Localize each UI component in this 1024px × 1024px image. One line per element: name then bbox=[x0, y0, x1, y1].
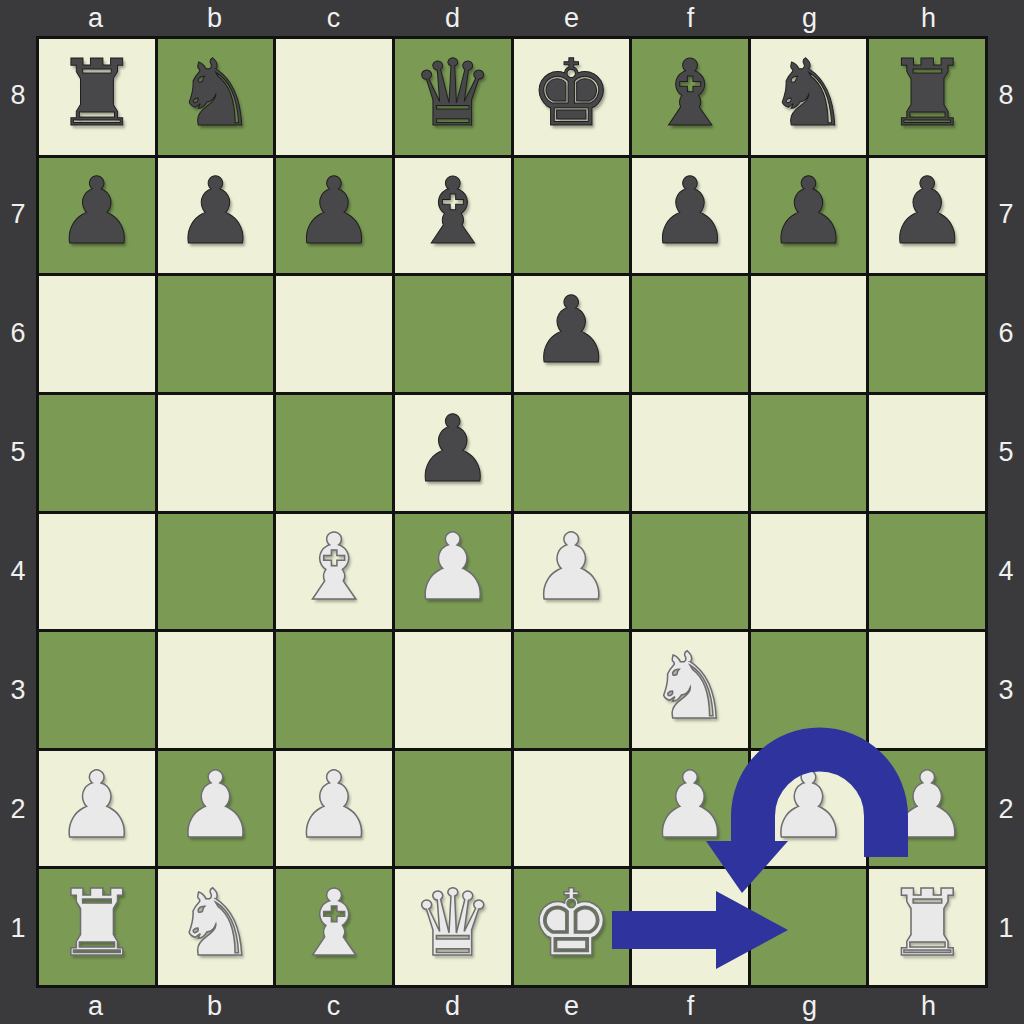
file-label-e-top: e bbox=[512, 0, 631, 36]
file-label-d-top: d bbox=[393, 0, 512, 36]
square-h4[interactable] bbox=[869, 514, 985, 630]
board-frame: abcdefgh abcdefgh 87654321 87654321 ♜♞♛♚… bbox=[0, 0, 1024, 1024]
square-c2[interactable]: ♟ bbox=[276, 751, 392, 867]
rank-label-2-left: 2 bbox=[0, 750, 36, 869]
square-g5[interactable] bbox=[751, 395, 867, 511]
piece-black-rook-h8[interactable]: ♜ bbox=[886, 48, 968, 140]
piece-white-pawn-h2[interactable]: ♟ bbox=[886, 760, 968, 852]
square-f3[interactable]: ♞ bbox=[632, 632, 748, 748]
square-c7[interactable]: ♟ bbox=[276, 158, 392, 274]
square-b7[interactable]: ♟ bbox=[158, 158, 274, 274]
rank-label-5-right: 5 bbox=[988, 393, 1024, 512]
square-h5[interactable] bbox=[869, 395, 985, 511]
piece-black-knight-b8[interactable]: ♞ bbox=[174, 48, 256, 140]
square-h8[interactable]: ♜ bbox=[869, 39, 985, 155]
piece-black-pawn-f7[interactable]: ♟ bbox=[649, 166, 731, 258]
piece-black-pawn-h7[interactable]: ♟ bbox=[886, 166, 968, 258]
square-d5[interactable]: ♟ bbox=[395, 395, 511, 511]
square-d2[interactable] bbox=[395, 751, 511, 867]
square-g4[interactable] bbox=[751, 514, 867, 630]
piece-black-pawn-b7[interactable]: ♟ bbox=[174, 166, 256, 258]
rank-label-7-right: 7 bbox=[988, 155, 1024, 274]
square-e2[interactable] bbox=[514, 751, 630, 867]
chess-board[interactable]: ♜♞♛♚♝♞♜♟♟♟♝♟♟♟♟♟♝♟♟♞♟♟♟♟♟♟♜♞♝♛♚♜ bbox=[36, 36, 988, 988]
file-label-f-bottom: f bbox=[631, 988, 750, 1024]
square-f8[interactable]: ♝ bbox=[632, 39, 748, 155]
piece-black-king-e8[interactable]: ♚ bbox=[530, 48, 612, 140]
file-label-h-top: h bbox=[869, 0, 988, 36]
square-a4[interactable] bbox=[39, 514, 155, 630]
piece-black-bishop-d7[interactable]: ♝ bbox=[411, 166, 493, 258]
square-d7[interactable]: ♝ bbox=[395, 158, 511, 274]
square-d4[interactable]: ♟ bbox=[395, 514, 511, 630]
rank-label-1-right: 1 bbox=[988, 869, 1024, 988]
file-label-b-bottom: b bbox=[155, 988, 274, 1024]
square-b8[interactable]: ♞ bbox=[158, 39, 274, 155]
square-d3[interactable] bbox=[395, 632, 511, 748]
file-labels-bottom: abcdefgh bbox=[36, 988, 988, 1024]
file-label-a-bottom: a bbox=[36, 988, 155, 1024]
rank-label-3-right: 3 bbox=[988, 631, 1024, 750]
square-a3[interactable] bbox=[39, 632, 155, 748]
rank-label-7-left: 7 bbox=[0, 155, 36, 274]
square-g8[interactable]: ♞ bbox=[751, 39, 867, 155]
rank-labels-right: 87654321 bbox=[988, 36, 1024, 988]
piece-black-rook-a8[interactable]: ♜ bbox=[56, 48, 138, 140]
file-label-g-bottom: g bbox=[750, 988, 869, 1024]
piece-white-bishop-c1[interactable]: ♝ bbox=[293, 878, 375, 970]
square-h6[interactable] bbox=[869, 276, 985, 392]
square-g7[interactable]: ♟ bbox=[751, 158, 867, 274]
file-label-f-top: f bbox=[631, 0, 750, 36]
rank-label-1-left: 1 bbox=[0, 869, 36, 988]
square-h1[interactable]: ♜ bbox=[869, 869, 985, 985]
square-c1[interactable]: ♝ bbox=[276, 869, 392, 985]
square-e4[interactable]: ♟ bbox=[514, 514, 630, 630]
piece-black-bishop-f8[interactable]: ♝ bbox=[649, 48, 731, 140]
square-f7[interactable]: ♟ bbox=[632, 158, 748, 274]
square-f5[interactable] bbox=[632, 395, 748, 511]
file-label-c-top: c bbox=[274, 0, 393, 36]
square-g3[interactable] bbox=[751, 632, 867, 748]
rank-label-3-left: 3 bbox=[0, 631, 36, 750]
piece-black-pawn-g7[interactable]: ♟ bbox=[767, 166, 849, 258]
piece-white-bishop-c4[interactable]: ♝ bbox=[293, 522, 375, 614]
square-b2[interactable]: ♟ bbox=[158, 751, 274, 867]
square-b1[interactable]: ♞ bbox=[158, 869, 274, 985]
square-c8[interactable] bbox=[276, 39, 392, 155]
square-c5[interactable] bbox=[276, 395, 392, 511]
piece-white-pawn-a2[interactable]: ♟ bbox=[56, 760, 138, 852]
file-label-d-bottom: d bbox=[393, 988, 512, 1024]
square-f2[interactable]: ♟ bbox=[632, 751, 748, 867]
square-d8[interactable]: ♛ bbox=[395, 39, 511, 155]
file-label-a-top: a bbox=[36, 0, 155, 36]
square-a1[interactable]: ♜ bbox=[39, 869, 155, 985]
square-b5[interactable] bbox=[158, 395, 274, 511]
piece-black-pawn-a7[interactable]: ♟ bbox=[56, 166, 138, 258]
file-label-g-top: g bbox=[750, 0, 869, 36]
piece-white-king-e1[interactable]: ♚ bbox=[530, 878, 612, 970]
square-f4[interactable] bbox=[632, 514, 748, 630]
file-label-e-bottom: e bbox=[512, 988, 631, 1024]
square-c3[interactable] bbox=[276, 632, 392, 748]
rank-label-8-right: 8 bbox=[988, 36, 1024, 155]
square-g6[interactable] bbox=[751, 276, 867, 392]
file-label-c-bottom: c bbox=[274, 988, 393, 1024]
file-labels-top: abcdefgh bbox=[36, 0, 988, 36]
square-h3[interactable] bbox=[869, 632, 985, 748]
square-a5[interactable] bbox=[39, 395, 155, 511]
square-f6[interactable] bbox=[632, 276, 748, 392]
file-label-h-bottom: h bbox=[869, 988, 988, 1024]
square-d1[interactable]: ♛ bbox=[395, 869, 511, 985]
square-e1[interactable]: ♚ bbox=[514, 869, 630, 985]
square-e3[interactable] bbox=[514, 632, 630, 748]
square-e7[interactable] bbox=[514, 158, 630, 274]
piece-black-pawn-c7[interactable]: ♟ bbox=[293, 166, 375, 258]
piece-white-queen-d1[interactable]: ♛ bbox=[411, 878, 493, 970]
piece-white-pawn-c2[interactable]: ♟ bbox=[293, 760, 375, 852]
square-c4[interactable]: ♝ bbox=[276, 514, 392, 630]
rank-label-5-left: 5 bbox=[0, 393, 36, 512]
piece-white-pawn-g2[interactable]: ♟ bbox=[767, 760, 849, 852]
square-a6[interactable] bbox=[39, 276, 155, 392]
square-e6[interactable]: ♟ bbox=[514, 276, 630, 392]
piece-black-knight-g8[interactable]: ♞ bbox=[767, 48, 849, 140]
square-b4[interactable] bbox=[158, 514, 274, 630]
rank-labels-left: 87654321 bbox=[0, 36, 36, 988]
file-label-b-top: b bbox=[155, 0, 274, 36]
square-c6[interactable] bbox=[276, 276, 392, 392]
rank-label-4-right: 4 bbox=[988, 512, 1024, 631]
piece-black-pawn-d5[interactable]: ♟ bbox=[411, 404, 493, 496]
square-g2[interactable]: ♟ bbox=[751, 751, 867, 867]
square-a7[interactable]: ♟ bbox=[39, 158, 155, 274]
square-e8[interactable]: ♚ bbox=[514, 39, 630, 155]
rank-label-6-right: 6 bbox=[988, 274, 1024, 393]
square-g1[interactable] bbox=[751, 869, 867, 985]
piece-white-pawn-d4[interactable]: ♟ bbox=[411, 522, 493, 614]
square-d6[interactable] bbox=[395, 276, 511, 392]
piece-white-knight-f3[interactable]: ♞ bbox=[649, 641, 731, 733]
piece-white-pawn-e4[interactable]: ♟ bbox=[530, 522, 612, 614]
rank-label-2-right: 2 bbox=[988, 750, 1024, 869]
rank-label-8-left: 8 bbox=[0, 36, 36, 155]
square-a8[interactable]: ♜ bbox=[39, 39, 155, 155]
piece-white-pawn-b2[interactable]: ♟ bbox=[174, 760, 256, 852]
square-e5[interactable] bbox=[514, 395, 630, 511]
square-f1[interactable] bbox=[632, 869, 748, 985]
rank-label-4-left: 4 bbox=[0, 512, 36, 631]
piece-white-knight-b1[interactable]: ♞ bbox=[174, 878, 256, 970]
piece-black-pawn-e6[interactable]: ♟ bbox=[530, 285, 612, 377]
piece-white-rook-h1[interactable]: ♜ bbox=[886, 878, 968, 970]
square-h7[interactable]: ♟ bbox=[869, 158, 985, 274]
piece-white-pawn-f2[interactable]: ♟ bbox=[649, 760, 731, 852]
square-b3[interactable] bbox=[158, 632, 274, 748]
square-h2[interactable]: ♟ bbox=[869, 751, 985, 867]
rank-label-6-left: 6 bbox=[0, 274, 36, 393]
piece-white-rook-a1[interactable]: ♜ bbox=[56, 878, 138, 970]
square-b6[interactable] bbox=[158, 276, 274, 392]
piece-black-queen-d8[interactable]: ♛ bbox=[411, 48, 493, 140]
square-a2[interactable]: ♟ bbox=[39, 751, 155, 867]
